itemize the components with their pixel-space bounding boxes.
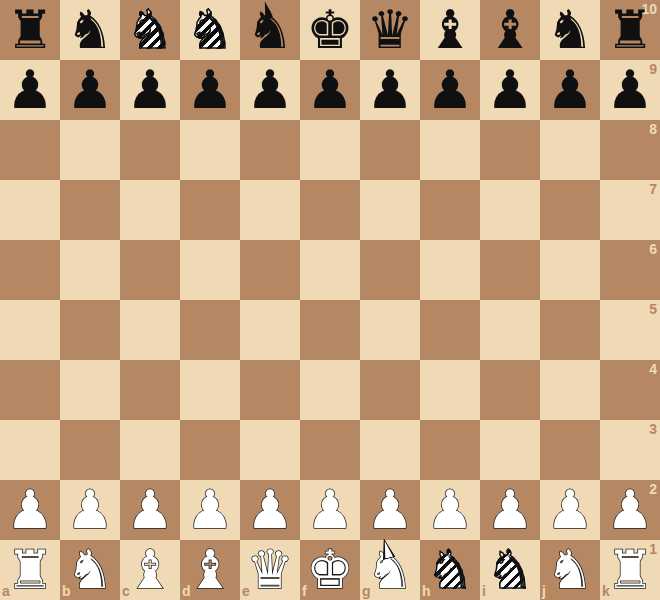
square-k7[interactable]: 7 <box>600 180 660 240</box>
square-j5[interactable] <box>540 300 600 360</box>
square-a4[interactable] <box>0 360 60 420</box>
square-i10[interactable]: ♝ <box>480 0 540 60</box>
square-j4[interactable] <box>540 360 600 420</box>
square-i2[interactable]: ♟ <box>480 480 540 540</box>
square-k2[interactable]: ♟2 <box>600 480 660 540</box>
square-g10[interactable]: ♛ <box>360 0 420 60</box>
square-g8[interactable] <box>360 120 420 180</box>
square-h10[interactable]: ♝ <box>420 0 480 60</box>
square-b6[interactable] <box>60 240 120 300</box>
square-c6[interactable] <box>120 240 180 300</box>
square-g2[interactable]: ♟ <box>360 480 420 540</box>
square-d5[interactable] <box>180 300 240 360</box>
file-label-g: g <box>362 584 371 598</box>
piece-black-pawn[interactable]: ♟ <box>0 60 60 120</box>
piece-black-camel-zebra[interactable]: ♞ <box>120 0 180 60</box>
piece-black-pawn[interactable]: ♟ <box>360 60 420 120</box>
piece-white-pawn[interactable]: ♟ <box>420 480 480 540</box>
square-h8[interactable] <box>420 120 480 180</box>
square-a10[interactable]: ♜ <box>0 0 60 60</box>
rank-label-9: 9 <box>649 62 657 76</box>
square-j2[interactable]: ♟ <box>540 480 600 540</box>
square-f2[interactable]: ♟ <box>300 480 360 540</box>
square-k9[interactable]: ♟9 <box>600 60 660 120</box>
square-b5[interactable] <box>60 300 120 360</box>
square-c1[interactable]: ♝c <box>120 540 180 600</box>
rank-label-6: 6 <box>649 242 657 256</box>
square-f8[interactable] <box>300 120 360 180</box>
square-h3[interactable] <box>420 420 480 480</box>
piece-white-pawn[interactable]: ♟ <box>120 480 180 540</box>
square-j10[interactable]: ♞ <box>540 0 600 60</box>
piece-white-pawn[interactable]: ♟ <box>60 480 120 540</box>
square-g7[interactable] <box>360 180 420 240</box>
square-d9[interactable]: ♟ <box>180 60 240 120</box>
square-i4[interactable] <box>480 360 540 420</box>
square-h1[interactable]: ♞h <box>420 540 480 600</box>
square-f9[interactable]: ♟ <box>300 60 360 120</box>
square-i5[interactable] <box>480 300 540 360</box>
square-e6[interactable] <box>240 240 300 300</box>
square-a9[interactable]: ♟ <box>0 60 60 120</box>
square-f10[interactable]: ♚ <box>300 0 360 60</box>
square-h4[interactable] <box>420 360 480 420</box>
piece-black-wildebeest-unicorn[interactable]: ♞ <box>240 0 300 60</box>
square-h2[interactable]: ♟ <box>420 480 480 540</box>
square-g4[interactable] <box>360 360 420 420</box>
square-a8[interactable] <box>0 120 60 180</box>
piece-white-pawn[interactable]: ♟ <box>300 480 360 540</box>
piece-white-pawn[interactable]: ♟ <box>540 480 600 540</box>
piece-white-pawn[interactable]: ♟ <box>0 480 60 540</box>
square-d2[interactable]: ♟ <box>180 480 240 540</box>
square-e7[interactable] <box>240 180 300 240</box>
piece-black-king[interactable]: ♚ <box>300 0 360 60</box>
square-e2[interactable]: ♟ <box>240 480 300 540</box>
piece-white-pawn[interactable]: ♟ <box>360 480 420 540</box>
square-k5[interactable]: 5 <box>600 300 660 360</box>
square-h7[interactable] <box>420 180 480 240</box>
square-d3[interactable] <box>180 420 240 480</box>
square-b3[interactable] <box>60 420 120 480</box>
rank-label-7: 7 <box>649 182 657 196</box>
square-c8[interactable] <box>120 120 180 180</box>
file-label-f: f <box>302 584 307 598</box>
square-e3[interactable] <box>240 420 300 480</box>
square-k8[interactable]: 8 <box>600 120 660 180</box>
square-d8[interactable] <box>180 120 240 180</box>
square-e5[interactable] <box>240 300 300 360</box>
piece-black-knight[interactable]: ♞ <box>540 0 600 60</box>
piece-black-rook[interactable]: ♜ <box>0 0 60 60</box>
square-i6[interactable] <box>480 240 540 300</box>
rank-label-3: 3 <box>649 422 657 436</box>
rank-label-10: 10 <box>641 2 657 16</box>
square-a2[interactable]: ♟ <box>0 480 60 540</box>
piece-black-pawn[interactable]: ♟ <box>420 60 480 120</box>
rank-label-8: 8 <box>649 122 657 136</box>
square-c2[interactable]: ♟ <box>120 480 180 540</box>
square-h9[interactable]: ♟ <box>420 60 480 120</box>
square-e4[interactable] <box>240 360 300 420</box>
square-j9[interactable]: ♟ <box>540 60 600 120</box>
square-i9[interactable]: ♟ <box>480 60 540 120</box>
square-b7[interactable] <box>60 180 120 240</box>
piece-white-camel-zebra[interactable]: ♞ <box>480 540 540 600</box>
square-a5[interactable] <box>0 300 60 360</box>
square-i3[interactable] <box>480 420 540 480</box>
square-g5[interactable] <box>360 300 420 360</box>
square-c3[interactable] <box>120 420 180 480</box>
piece-black-pawn[interactable]: ♟ <box>480 60 540 120</box>
square-f6[interactable] <box>300 240 360 300</box>
piece-white-king[interactable]: ♚ <box>300 540 360 600</box>
square-j3[interactable] <box>540 420 600 480</box>
square-f5[interactable] <box>300 300 360 360</box>
piece-black-pawn[interactable]: ♟ <box>300 60 360 120</box>
square-b10[interactable]: ♞ <box>60 0 120 60</box>
rank-label-4: 4 <box>649 362 657 376</box>
piece-black-pawn[interactable]: ♟ <box>240 60 300 120</box>
square-f3[interactable] <box>300 420 360 480</box>
file-label-j: j <box>542 584 546 598</box>
file-label-h: h <box>422 584 431 598</box>
piece-black-pawn[interactable]: ♟ <box>120 60 180 120</box>
square-b8[interactable] <box>60 120 120 180</box>
piece-black-pawn[interactable]: ♟ <box>60 60 120 120</box>
square-c7[interactable] <box>120 180 180 240</box>
square-d7[interactable] <box>180 180 240 240</box>
file-label-k: k <box>602 584 610 598</box>
file-label-c: c <box>122 584 130 598</box>
square-k4[interactable]: 4 <box>600 360 660 420</box>
square-e8[interactable] <box>240 120 300 180</box>
file-label-d: d <box>182 584 191 598</box>
square-g9[interactable]: ♟ <box>360 60 420 120</box>
piece-white-knight[interactable]: ♞ <box>540 540 600 600</box>
square-e10[interactable]: ♞ <box>240 0 300 60</box>
square-f1[interactable]: ♚f <box>300 540 360 600</box>
piece-black-bishop[interactable]: ♝ <box>420 0 480 60</box>
square-e1[interactable]: ♛e <box>240 540 300 600</box>
square-g3[interactable] <box>360 420 420 480</box>
square-d6[interactable] <box>180 240 240 300</box>
piece-white-pawn[interactable]: ♟ <box>480 480 540 540</box>
piece-black-camel-zebra[interactable]: ♞ <box>180 0 240 60</box>
square-g6[interactable] <box>360 240 420 300</box>
square-k6[interactable]: 6 <box>600 240 660 300</box>
piece-black-bishop[interactable]: ♝ <box>480 0 540 60</box>
square-b4[interactable] <box>60 360 120 420</box>
square-d4[interactable] <box>180 360 240 420</box>
square-h5[interactable] <box>420 300 480 360</box>
square-i7[interactable] <box>480 180 540 240</box>
square-d10[interactable]: ♞ <box>180 0 240 60</box>
board: ♜♞♞♞♞♚♛♝♝♞♜10♟♟♟♟♟♟♟♟♟♟♟9876543♟♟♟♟♟♟♟♟♟… <box>0 0 660 600</box>
rank-label-5: 5 <box>649 302 657 316</box>
piece-white-pawn[interactable]: ♟ <box>240 480 300 540</box>
file-label-b: b <box>62 584 71 598</box>
square-b2[interactable]: ♟ <box>60 480 120 540</box>
square-c9[interactable]: ♟ <box>120 60 180 120</box>
square-j8[interactable] <box>540 120 600 180</box>
square-j7[interactable] <box>540 180 600 240</box>
piece-white-pawn[interactable]: ♟ <box>180 480 240 540</box>
square-g1[interactable]: ♞g <box>360 540 420 600</box>
file-label-a: a <box>2 584 10 598</box>
square-e9[interactable]: ♟ <box>240 60 300 120</box>
rank-label-2: 2 <box>649 482 657 496</box>
square-a6[interactable] <box>0 240 60 300</box>
square-d1[interactable]: ♝d <box>180 540 240 600</box>
piece-black-queen[interactable]: ♛ <box>360 0 420 60</box>
square-j6[interactable] <box>540 240 600 300</box>
square-f4[interactable] <box>300 360 360 420</box>
square-a3[interactable] <box>0 420 60 480</box>
file-label-i: i <box>482 584 486 598</box>
square-c4[interactable] <box>120 360 180 420</box>
piece-black-pawn[interactable]: ♟ <box>540 60 600 120</box>
square-f7[interactable] <box>300 180 360 240</box>
square-b9[interactable]: ♟ <box>60 60 120 120</box>
square-j1[interactable]: ♞j <box>540 540 600 600</box>
piece-black-pawn[interactable]: ♟ <box>180 60 240 120</box>
square-i1[interactable]: ♞i <box>480 540 540 600</box>
square-k10[interactable]: ♜10 <box>600 0 660 60</box>
square-c5[interactable] <box>120 300 180 360</box>
rank-label-1: 1 <box>649 542 657 556</box>
square-k3[interactable]: 3 <box>600 420 660 480</box>
file-label-e: e <box>242 584 250 598</box>
square-a7[interactable] <box>0 180 60 240</box>
piece-black-knight[interactable]: ♞ <box>60 0 120 60</box>
square-k1[interactable]: ♜k1 <box>600 540 660 600</box>
square-a1[interactable]: ♜a <box>0 540 60 600</box>
square-c10[interactable]: ♞ <box>120 0 180 60</box>
square-i8[interactable] <box>480 120 540 180</box>
square-h6[interactable] <box>420 240 480 300</box>
square-b1[interactable]: ♞b <box>60 540 120 600</box>
